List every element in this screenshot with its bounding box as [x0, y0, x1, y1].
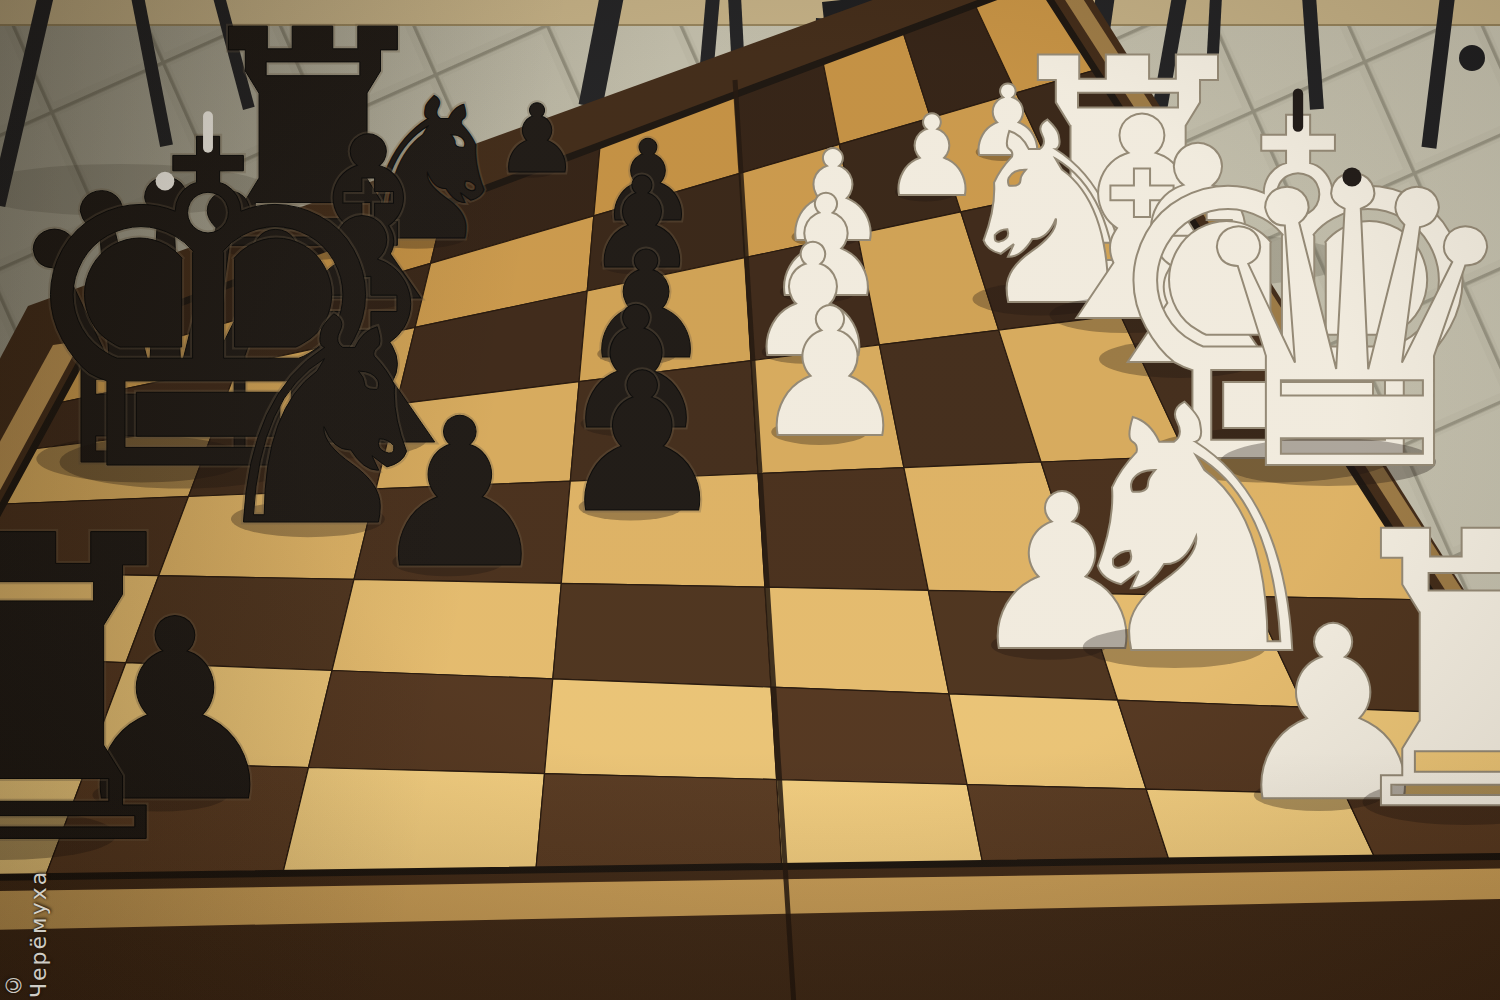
- piece-white-rook-a1: ♜: [1318, 452, 1500, 895]
- square: [545, 679, 777, 780]
- square: [765, 587, 949, 694]
- square: [536, 774, 782, 870]
- square: [309, 671, 553, 774]
- square: [771, 687, 967, 784]
- piece-black-pawn-c7: ♟: [556, 332, 728, 555]
- square: [777, 780, 983, 867]
- square: [283, 768, 545, 874]
- piece-white-pawn-c2: ♟: [750, 270, 910, 477]
- watermark: © Черёмуха: [8, 842, 44, 998]
- chess-club-photo: ♟♟♟♟♟♟♞♞♟♜♜♟♟♜♟♝♝♞♝♟♟♟♝♟♟♟♝♝♚♛♛♚♚♛♟♟♞♞♟♟…: [0, 0, 1500, 1000]
- finial-white-queen: [1342, 167, 1361, 186]
- piece-black-pawn-b7: ♟: [368, 375, 552, 613]
- scene-svg: ♟♟♟♟♟♟♞♞♟♜♜♟♟♜♟♝♝♞♝♟♟♟♝♟♟♟♝♝♚♛♛♚♚♛♟♟♞♞♟♟…: [0, 0, 1500, 1000]
- square: [553, 583, 771, 687]
- square: [967, 785, 1169, 864]
- square: [758, 468, 928, 591]
